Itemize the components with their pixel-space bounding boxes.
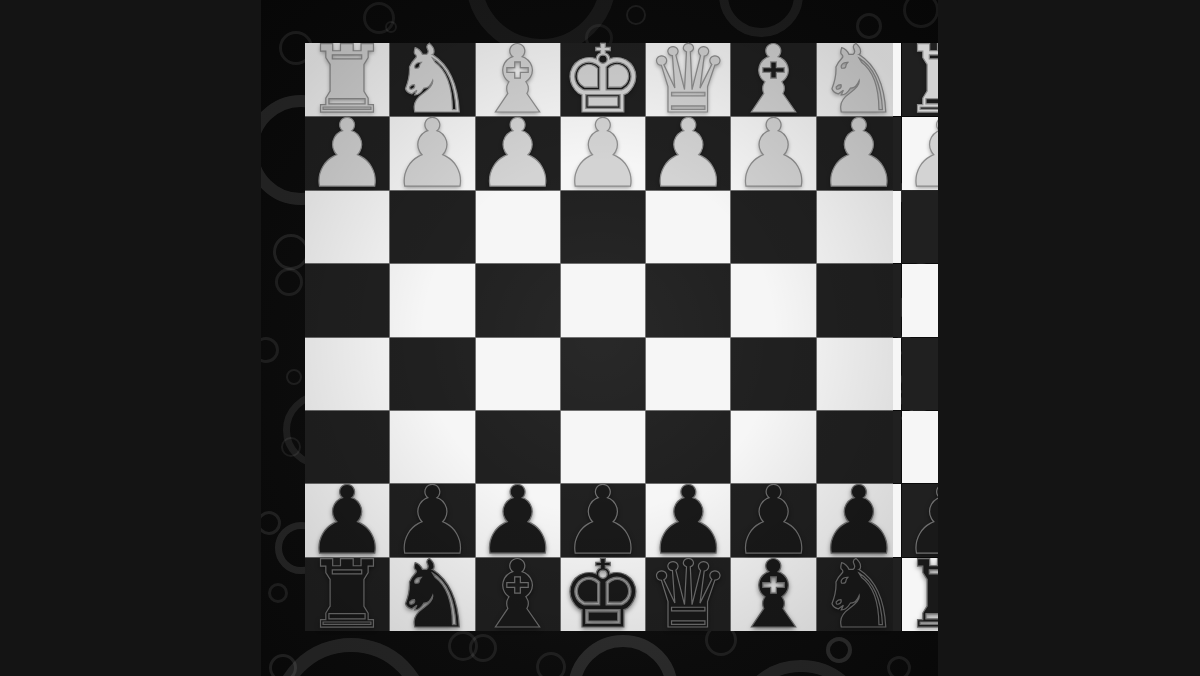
square-c5[interactable] [731,338,815,410]
square-d5[interactable] [646,338,730,410]
square-d2[interactable]: ♟ [646,117,730,190]
black-rook[interactable]: ♜ [902,558,938,631]
black-king[interactable]: ♚ [561,558,645,631]
square-a8[interactable]: ♜ [902,558,938,631]
decor-ring [261,337,279,363]
square-d8[interactable]: ♛ [646,558,730,631]
square-g8[interactable]: ♞ [390,558,474,631]
decor-ring [887,656,911,676]
game-area: ♜♞♝♚♛♝♞♜♟♟♟♟♟♟♟♟♟♟♟♟♟♟♟♟♜♞♝♚♛♝♞♜ [261,0,938,676]
square-g4[interactable] [390,264,474,336]
square-g2[interactable]: ♟ [390,117,474,190]
white-pawn[interactable]: ♟ [476,117,560,190]
decor-ring [268,583,288,603]
white-pawn[interactable]: ♟ [561,117,645,190]
square-a4[interactable] [902,264,938,336]
white-pawn[interactable]: ♟ [731,117,815,190]
square-e8[interactable]: ♚ [561,558,645,631]
square-f2[interactable]: ♟ [476,117,560,190]
square-a3[interactable] [902,191,938,263]
square-f5[interactable] [476,338,560,410]
black-knight[interactable]: ♞ [817,558,901,631]
square-a2[interactable]: ♟ [902,117,938,190]
square-d3[interactable] [646,191,730,263]
square-b8[interactable]: ♞ [817,558,901,631]
black-rook[interactable]: ♜ [305,558,389,631]
square-f8[interactable]: ♝ [476,558,560,631]
white-pawn[interactable]: ♟ [817,117,901,190]
square-h3[interactable] [305,191,389,263]
square-c8[interactable]: ♝ [731,558,815,631]
square-e2[interactable]: ♟ [561,117,645,190]
decor-ring [275,268,303,296]
decor-ring [269,654,297,676]
square-h8[interactable]: ♜ [305,558,389,631]
square-c4[interactable] [731,264,815,336]
square-c3[interactable] [731,191,815,263]
app-window: ♜♞♝♚♛♝♞♜♟♟♟♟♟♟♟♟♟♟♟♟♟♟♟♟♜♞♝♚♛♝♞♜ [0,0,1200,676]
square-h5[interactable] [305,338,389,410]
white-pawn[interactable]: ♟ [390,117,474,190]
square-g3[interactable] [390,191,474,263]
square-f3[interactable] [476,191,560,263]
square-b3[interactable] [817,191,901,263]
square-b2[interactable]: ♟ [817,117,901,190]
right-pillarbox [938,0,1200,676]
square-e5[interactable] [561,338,645,410]
square-c2[interactable]: ♟ [731,117,815,190]
black-queen[interactable]: ♛ [646,558,730,631]
decor-ring [626,5,646,25]
decor-ring [273,234,309,270]
white-pawn[interactable]: ♟ [902,117,938,190]
square-h2[interactable]: ♟ [305,117,389,190]
decor-ring [286,369,302,385]
black-bishop[interactable]: ♝ [476,558,560,631]
decor-ring [903,0,938,28]
decor-ring [731,660,871,676]
square-e3[interactable] [561,191,645,263]
decor-ring [261,511,281,535]
chess-board: ♜♞♝♚♛♝♞♜♟♟♟♟♟♟♟♟♟♟♟♟♟♟♟♟♜♞♝♚♛♝♞♜ [305,43,893,631]
black-bishop[interactable]: ♝ [731,558,815,631]
square-h4[interactable] [305,264,389,336]
white-pawn[interactable]: ♟ [646,117,730,190]
square-d4[interactable] [646,264,730,336]
square-b5[interactable] [817,338,901,410]
square-f4[interactable] [476,264,560,336]
black-knight[interactable]: ♞ [390,558,474,631]
decor-ring [536,652,566,676]
square-a5[interactable] [902,338,938,410]
white-pawn[interactable]: ♟ [305,117,389,190]
square-g5[interactable] [390,338,474,410]
left-pillarbox [0,0,261,676]
square-e4[interactable] [561,264,645,336]
square-b4[interactable] [817,264,901,336]
